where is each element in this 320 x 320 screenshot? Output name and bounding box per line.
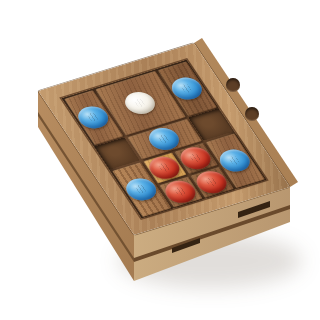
white-marble <box>120 89 160 118</box>
rim-notch-1 <box>226 78 240 92</box>
blue-marble <box>144 125 184 154</box>
puzzle-box-photo <box>0 0 320 320</box>
rim-notch-2 <box>245 107 259 121</box>
